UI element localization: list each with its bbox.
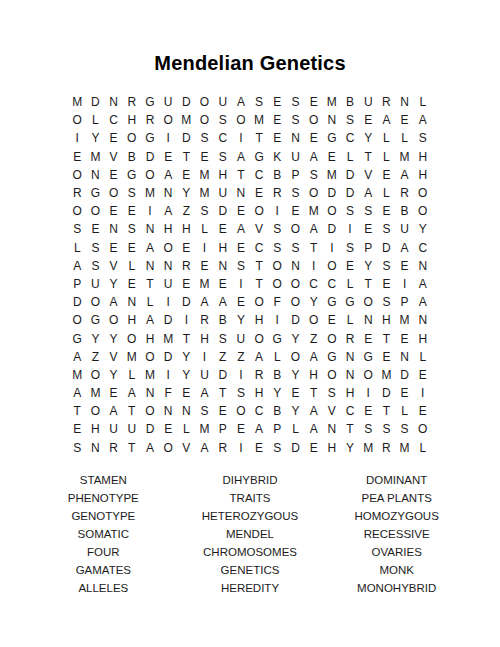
grid-cell-r7c10[interactable]: E (232, 202, 250, 220)
grid-cell-r2c1[interactable]: O (68, 111, 86, 129)
grid-cell-r13c15[interactable]: E (323, 311, 341, 329)
grid-cell-r6c4[interactable]: S (123, 184, 141, 202)
grid-cell-r4c12[interactable]: K (268, 148, 286, 166)
grid-cell-r17c4[interactable]: A (123, 384, 141, 402)
grid-cell-r6c20[interactable]: O (414, 184, 432, 202)
grid-cell-r6c8[interactable]: M (195, 184, 213, 202)
grid-cell-r17c11[interactable]: H (250, 384, 268, 402)
grid-cell-r6c7[interactable]: Y (177, 184, 195, 202)
grid-cell-r15c4[interactable]: M (123, 348, 141, 366)
grid-cell-r16c4[interactable]: L (123, 366, 141, 384)
grid-cell-r2c12[interactable]: E (268, 111, 286, 129)
grid-cell-r1c17[interactable]: U (359, 93, 377, 111)
grid-cell-r4c9[interactable]: S (214, 148, 232, 166)
grid-cell-r3c7[interactable]: D (177, 129, 195, 147)
grid-cell-r7c8[interactable]: S (195, 202, 213, 220)
grid-cell-r20c11[interactable]: E (250, 439, 268, 457)
grid-cell-r16c14[interactable]: H (305, 366, 323, 384)
grid-cell-r16c17[interactable]: O (359, 366, 377, 384)
grid-cell-r11c13[interactable]: O (286, 275, 304, 293)
grid-cell-r6c10[interactable]: N (232, 184, 250, 202)
grid-cell-r14c18[interactable]: T (377, 329, 395, 347)
grid-cell-r15c1[interactable]: A (68, 348, 86, 366)
grid-cell-r16c13[interactable]: Y (286, 366, 304, 384)
grid-cell-r18c10[interactable]: O (232, 402, 250, 420)
grid-cell-r2c9[interactable]: S (214, 111, 232, 129)
grid-cell-r6c5[interactable]: M (141, 184, 159, 202)
grid-cell-r6c17[interactable]: A (359, 184, 377, 202)
grid-cell-r12c5[interactable]: L (141, 293, 159, 311)
grid-cell-r14c20[interactable]: H (414, 329, 432, 347)
grid-cell-r1c16[interactable]: B (341, 93, 359, 111)
grid-cell-r12c4[interactable]: N (123, 293, 141, 311)
grid-cell-r14c11[interactable]: O (250, 329, 268, 347)
grid-cell-r1c4[interactable]: R (123, 93, 141, 111)
grid-cell-r12c17[interactable]: O (359, 293, 377, 311)
grid-cell-r5c10[interactable]: T (232, 166, 250, 184)
grid-cell-r11c18[interactable]: E (377, 275, 395, 293)
grid-cell-r20c8[interactable]: A (195, 439, 213, 457)
grid-cell-r7c19[interactable]: B (396, 202, 414, 220)
grid-cell-r6c11[interactable]: E (250, 184, 268, 202)
grid-cell-r12c18[interactable]: S (377, 293, 395, 311)
grid-cell-r3c13[interactable]: N (286, 129, 304, 147)
grid-cell-r4c10[interactable]: A (232, 148, 250, 166)
grid-cell-r17c16[interactable]: H (341, 384, 359, 402)
grid-cell-r13c18[interactable]: H (377, 311, 395, 329)
grid-cell-r12c10[interactable]: E (232, 293, 250, 311)
grid-cell-r1c12[interactable]: E (268, 93, 286, 111)
grid-cell-r11c1[interactable]: P (68, 275, 86, 293)
grid-cell-r11c7[interactable]: E (177, 275, 195, 293)
grid-cell-r14c9[interactable]: S (214, 329, 232, 347)
grid-cell-r20c13[interactable]: D (286, 439, 304, 457)
grid-cell-r4c1[interactable]: E (68, 148, 86, 166)
grid-cell-r16c20[interactable]: E (414, 366, 432, 384)
grid-cell-r9c15[interactable]: I (323, 239, 341, 257)
grid-cell-r6c6[interactable]: N (159, 184, 177, 202)
grid-cell-r1c7[interactable]: D (177, 93, 195, 111)
grid-cell-r8c6[interactable]: H (159, 220, 177, 238)
grid-cell-r16c12[interactable]: B (268, 366, 286, 384)
grid-cell-r11c6[interactable]: U (159, 275, 177, 293)
grid-cell-r16c10[interactable]: I (232, 366, 250, 384)
grid-cell-r4c14[interactable]: A (305, 148, 323, 166)
grid-cell-r10c9[interactable]: N (214, 257, 232, 275)
grid-cell-r14c17[interactable]: E (359, 329, 377, 347)
grid-cell-r1c5[interactable]: G (141, 93, 159, 111)
grid-cell-r3c12[interactable]: E (268, 129, 286, 147)
grid-cell-r10c16[interactable]: E (341, 257, 359, 275)
grid-cell-r10c14[interactable]: I (305, 257, 323, 275)
grid-cell-r16c15[interactable]: O (323, 366, 341, 384)
grid-cell-r17c14[interactable]: T (305, 384, 323, 402)
grid-cell-r6c3[interactable]: O (105, 184, 123, 202)
grid-cell-r6c15[interactable]: D (323, 184, 341, 202)
grid-cell-r19c11[interactable]: A (250, 420, 268, 438)
grid-cell-r12c14[interactable]: Y (305, 293, 323, 311)
grid-cell-r15c12[interactable]: L (268, 348, 286, 366)
grid-cell-r12c6[interactable]: I (159, 293, 177, 311)
grid-cell-r7c2[interactable]: O (86, 202, 104, 220)
grid-cell-r13c13[interactable]: D (286, 311, 304, 329)
grid-cell-r10c11[interactable]: T (250, 257, 268, 275)
grid-cell-r6c14[interactable]: O (305, 184, 323, 202)
grid-cell-r9c3[interactable]: E (105, 239, 123, 257)
grid-cell-r8c17[interactable]: E (359, 220, 377, 238)
grid-cell-r20c3[interactable]: R (105, 439, 123, 457)
grid-cell-r10c13[interactable]: N (286, 257, 304, 275)
grid-cell-r4c4[interactable]: B (123, 148, 141, 166)
grid-cell-r15c17[interactable]: G (359, 348, 377, 366)
grid-cell-r3c4[interactable]: O (123, 129, 141, 147)
grid-cell-r11c16[interactable]: L (341, 275, 359, 293)
grid-cell-r5c12[interactable]: B (268, 166, 286, 184)
grid-cell-r13c5[interactable]: A (141, 311, 159, 329)
grid-cell-r12c15[interactable]: G (323, 293, 341, 311)
grid-cell-r1c13[interactable]: S (286, 93, 304, 111)
grid-cell-r5c4[interactable]: G (123, 166, 141, 184)
grid-cell-r17c13[interactable]: E (286, 384, 304, 402)
grid-cell-r19c3[interactable]: U (105, 420, 123, 438)
grid-cell-r9c13[interactable]: S (286, 239, 304, 257)
grid-cell-r16c8[interactable]: U (195, 366, 213, 384)
grid-cell-r3c17[interactable]: Y (359, 129, 377, 147)
grid-cell-r15c10[interactable]: Z (232, 348, 250, 366)
grid-cell-r20c2[interactable]: N (86, 439, 104, 457)
grid-cell-r9c5[interactable]: A (141, 239, 159, 257)
grid-cell-r17c15[interactable]: S (323, 384, 341, 402)
grid-cell-r16c18[interactable]: M (377, 366, 395, 384)
grid-cell-r4c13[interactable]: U (286, 148, 304, 166)
grid-cell-r2c14[interactable]: O (305, 111, 323, 129)
grid-cell-r3c5[interactable]: G (141, 129, 159, 147)
grid-cell-r19c4[interactable]: U (123, 420, 141, 438)
grid-cell-r13c12[interactable]: I (268, 311, 286, 329)
grid-cell-r6c1[interactable]: R (68, 184, 86, 202)
grid-cell-r14c4[interactable]: O (123, 329, 141, 347)
grid-cell-r1c20[interactable]: L (414, 93, 432, 111)
grid-cell-r10c17[interactable]: Y (359, 257, 377, 275)
grid-cell-r4c16[interactable]: L (341, 148, 359, 166)
grid-cell-r17c18[interactable]: D (377, 384, 395, 402)
grid-cell-r2c15[interactable]: N (323, 111, 341, 129)
grid-cell-r7c7[interactable]: Z (177, 202, 195, 220)
grid-cell-r8c13[interactable]: O (286, 220, 304, 238)
grid-cell-r20c14[interactable]: E (305, 439, 323, 457)
grid-cell-r2c5[interactable]: R (141, 111, 159, 129)
grid-cell-r18c13[interactable]: Y (286, 402, 304, 420)
grid-cell-r3c18[interactable]: L (377, 129, 395, 147)
grid-cell-r9c17[interactable]: P (359, 239, 377, 257)
grid-cell-r1c10[interactable]: A (232, 93, 250, 111)
grid-cell-r2c17[interactable]: E (359, 111, 377, 129)
grid-cell-r11c8[interactable]: M (195, 275, 213, 293)
grid-cell-r13c16[interactable]: L (341, 311, 359, 329)
grid-cell-r10c18[interactable]: S (377, 257, 395, 275)
grid-cell-r9c9[interactable]: H (214, 239, 232, 257)
grid-cell-r11c15[interactable]: C (323, 275, 341, 293)
grid-cell-r19c7[interactable]: L (177, 420, 195, 438)
grid-cell-r12c3[interactable]: A (105, 293, 123, 311)
grid-cell-r20c17[interactable]: M (359, 439, 377, 457)
grid-cell-r15c13[interactable]: O (286, 348, 304, 366)
grid-cell-r14c16[interactable]: R (341, 329, 359, 347)
grid-cell-r8c20[interactable]: Y (414, 220, 432, 238)
grid-cell-r5c14[interactable]: S (305, 166, 323, 184)
grid-cell-r3c10[interactable]: I (232, 129, 250, 147)
grid-cell-r9c7[interactable]: E (177, 239, 195, 257)
grid-cell-r3c6[interactable]: I (159, 129, 177, 147)
grid-cell-r10c15[interactable]: O (323, 257, 341, 275)
grid-cell-r15c6[interactable]: D (159, 348, 177, 366)
grid-cell-r8c18[interactable]: S (377, 220, 395, 238)
grid-cell-r9c2[interactable]: S (86, 239, 104, 257)
grid-cell-r3c14[interactable]: E (305, 129, 323, 147)
grid-cell-r8c7[interactable]: H (177, 220, 195, 238)
grid-cell-r4c8[interactable]: E (195, 148, 213, 166)
grid-cell-r20c5[interactable]: A (141, 439, 159, 457)
grid-cell-r17c12[interactable]: Y (268, 384, 286, 402)
grid-cell-r11c2[interactable]: U (86, 275, 104, 293)
grid-cell-r17c1[interactable]: A (68, 384, 86, 402)
grid-cell-r6c9[interactable]: U (214, 184, 232, 202)
grid-cell-r6c19[interactable]: R (396, 184, 414, 202)
grid-cell-r5c1[interactable]: O (68, 166, 86, 184)
grid-cell-r20c12[interactable]: S (268, 439, 286, 457)
grid-cell-r17c20[interactable]: I (414, 384, 432, 402)
grid-cell-r4c19[interactable]: M (396, 148, 414, 166)
grid-cell-r16c16[interactable]: N (341, 366, 359, 384)
grid-cell-r14c2[interactable]: Y (86, 329, 104, 347)
grid-cell-r20c15[interactable]: H (323, 439, 341, 457)
grid-cell-r19c1[interactable]: E (68, 420, 86, 438)
grid-cell-r8c14[interactable]: A (305, 220, 323, 238)
grid-cell-r14c12[interactable]: G (268, 329, 286, 347)
grid-cell-r19c20[interactable]: O (414, 420, 432, 438)
grid-cell-r19c8[interactable]: M (195, 420, 213, 438)
grid-cell-r13c1[interactable]: O (68, 311, 86, 329)
grid-cell-r8c12[interactable]: S (268, 220, 286, 238)
grid-cell-r1c8[interactable]: O (195, 93, 213, 111)
grid-cell-r12c1[interactable]: D (68, 293, 86, 311)
grid-cell-r14c3[interactable]: Y (105, 329, 123, 347)
grid-cell-r16c19[interactable]: D (396, 366, 414, 384)
grid-cell-r20c1[interactable]: S (68, 439, 86, 457)
grid-cell-r14c19[interactable]: E (396, 329, 414, 347)
grid-cell-r5c3[interactable]: E (105, 166, 123, 184)
grid-cell-r13c17[interactable]: N (359, 311, 377, 329)
grid-cell-r9c18[interactable]: D (377, 239, 395, 257)
grid-cell-r19c15[interactable]: N (323, 420, 341, 438)
grid-cell-r18c18[interactable]: T (377, 402, 395, 420)
grid-cell-r20c10[interactable]: I (232, 439, 250, 457)
grid-cell-r11c10[interactable]: I (232, 275, 250, 293)
grid-cell-r16c9[interactable]: D (214, 366, 232, 384)
grid-cell-r7c11[interactable]: O (250, 202, 268, 220)
grid-cell-r12c7[interactable]: D (177, 293, 195, 311)
grid-cell-r13c3[interactable]: O (105, 311, 123, 329)
grid-cell-r17c17[interactable]: I (359, 384, 377, 402)
grid-cell-r2c6[interactable]: O (159, 111, 177, 129)
grid-cell-r15c11[interactable]: A (250, 348, 268, 366)
grid-cell-r19c19[interactable]: S (396, 420, 414, 438)
grid-cell-r11c4[interactable]: E (123, 275, 141, 293)
grid-cell-r4c2[interactable]: M (86, 148, 104, 166)
grid-cell-r6c18[interactable]: L (377, 184, 395, 202)
grid-cell-r11c19[interactable]: I (396, 275, 414, 293)
grid-cell-r5c2[interactable]: N (86, 166, 104, 184)
grid-cell-r12c12[interactable]: F (268, 293, 286, 311)
grid-cell-r10c5[interactable]: N (141, 257, 159, 275)
grid-cell-r7c20[interactable]: O (414, 202, 432, 220)
grid-cell-r17c19[interactable]: E (396, 384, 414, 402)
grid-cell-r18c5[interactable]: O (141, 402, 159, 420)
grid-cell-r9c11[interactable]: C (250, 239, 268, 257)
grid-cell-r20c19[interactable]: M (396, 439, 414, 457)
grid-cell-r9c19[interactable]: A (396, 239, 414, 257)
grid-cell-r8c4[interactable]: S (123, 220, 141, 238)
grid-cell-r12c2[interactable]: O (86, 293, 104, 311)
grid-cell-r11c9[interactable]: E (214, 275, 232, 293)
grid-cell-r15c14[interactable]: A (305, 348, 323, 366)
grid-cell-r14c10[interactable]: U (232, 329, 250, 347)
grid-cell-r16c2[interactable]: O (86, 366, 104, 384)
grid-cell-r12c16[interactable]: G (341, 293, 359, 311)
grid-cell-r11c17[interactable]: T (359, 275, 377, 293)
grid-cell-r13c8[interactable]: R (195, 311, 213, 329)
grid-cell-r4c7[interactable]: T (177, 148, 195, 166)
grid-cell-r15c8[interactable]: I (195, 348, 213, 366)
grid-cell-r18c14[interactable]: A (305, 402, 323, 420)
grid-cell-r5c8[interactable]: M (195, 166, 213, 184)
grid-cell-r19c13[interactable]: L (286, 420, 304, 438)
grid-cell-r3c20[interactable]: S (414, 129, 432, 147)
grid-cell-r15c3[interactable]: V (105, 348, 123, 366)
grid-cell-r3c8[interactable]: S (195, 129, 213, 147)
grid-cell-r1c6[interactable]: U (159, 93, 177, 111)
grid-cell-r15c19[interactable]: N (396, 348, 414, 366)
grid-cell-r7c16[interactable]: S (341, 202, 359, 220)
grid-cell-r10c12[interactable]: O (268, 257, 286, 275)
grid-cell-r8c19[interactable]: U (396, 220, 414, 238)
grid-cell-r12c19[interactable]: P (396, 293, 414, 311)
grid-cell-r14c5[interactable]: H (141, 329, 159, 347)
grid-cell-r2c11[interactable]: M (250, 111, 268, 129)
grid-cell-r15c15[interactable]: G (323, 348, 341, 366)
grid-cell-r2c4[interactable]: H (123, 111, 141, 129)
grid-cell-r18c9[interactable]: E (214, 402, 232, 420)
grid-cell-r3c15[interactable]: G (323, 129, 341, 147)
grid-cell-r1c9[interactable]: U (214, 93, 232, 111)
grid-cell-r16c11[interactable]: R (250, 366, 268, 384)
grid-cell-r20c4[interactable]: T (123, 439, 141, 457)
grid-cell-r5c13[interactable]: P (286, 166, 304, 184)
grid-cell-r11c20[interactable]: A (414, 275, 432, 293)
grid-cell-r6c13[interactable]: S (286, 184, 304, 202)
grid-cell-r10c20[interactable]: N (414, 257, 432, 275)
grid-cell-r7c18[interactable]: E (377, 202, 395, 220)
grid-cell-r4c18[interactable]: L (377, 148, 395, 166)
grid-cell-r9c4[interactable]: E (123, 239, 141, 257)
grid-cell-r8c2[interactable]: E (86, 220, 104, 238)
grid-cell-r4c17[interactable]: T (359, 148, 377, 166)
grid-cell-r13c4[interactable]: H (123, 311, 141, 329)
grid-cell-r10c10[interactable]: S (232, 257, 250, 275)
grid-cell-r19c6[interactable]: E (159, 420, 177, 438)
grid-cell-r19c12[interactable]: P (268, 420, 286, 438)
grid-cell-r2c10[interactable]: O (232, 111, 250, 129)
grid-cell-r15c5[interactable]: O (141, 348, 159, 366)
grid-cell-r13c14[interactable]: O (305, 311, 323, 329)
grid-cell-r8c10[interactable]: A (232, 220, 250, 238)
grid-cell-r5c11[interactable]: C (250, 166, 268, 184)
grid-cell-r20c9[interactable]: R (214, 439, 232, 457)
grid-cell-r12c8[interactable]: A (195, 293, 213, 311)
grid-cell-r3c1[interactable]: I (68, 129, 86, 147)
grid-cell-r7c17[interactable]: S (359, 202, 377, 220)
grid-cell-r14c7[interactable]: T (177, 329, 195, 347)
grid-cell-r9c12[interactable]: S (268, 239, 286, 257)
grid-cell-r3c2[interactable]: Y (86, 129, 104, 147)
grid-cell-r18c17[interactable]: E (359, 402, 377, 420)
grid-cell-r5c19[interactable]: A (396, 166, 414, 184)
grid-cell-r1c3[interactable]: N (105, 93, 123, 111)
grid-cell-r11c14[interactable]: C (305, 275, 323, 293)
grid-cell-r4c11[interactable]: G (250, 148, 268, 166)
grid-cell-r18c16[interactable]: C (341, 402, 359, 420)
grid-cell-r2c8[interactable]: O (195, 111, 213, 129)
grid-cell-r18c20[interactable]: E (414, 402, 432, 420)
grid-cell-r5c16[interactable]: D (341, 166, 359, 184)
grid-cell-r12c9[interactable]: A (214, 293, 232, 311)
grid-cell-r2c20[interactable]: A (414, 111, 432, 129)
grid-cell-r16c7[interactable]: Y (177, 366, 195, 384)
grid-cell-r17c3[interactable]: E (105, 384, 123, 402)
grid-cell-r17c8[interactable]: A (195, 384, 213, 402)
grid-cell-r19c9[interactable]: P (214, 420, 232, 438)
grid-cell-r3c3[interactable]: E (105, 129, 123, 147)
grid-cell-r1c1[interactable]: M (68, 93, 86, 111)
grid-cell-r20c18[interactable]: R (377, 439, 395, 457)
grid-cell-r12c13[interactable]: O (286, 293, 304, 311)
grid-cell-r11c11[interactable]: T (250, 275, 268, 293)
grid-cell-r10c6[interactable]: N (159, 257, 177, 275)
grid-cell-r8c11[interactable]: V (250, 220, 268, 238)
grid-cell-r18c7[interactable]: N (177, 402, 195, 420)
grid-cell-r5c5[interactable]: O (141, 166, 159, 184)
grid-cell-r6c16[interactable]: D (341, 184, 359, 202)
grid-cell-r4c15[interactable]: E (323, 148, 341, 166)
grid-cell-r1c2[interactable]: D (86, 93, 104, 111)
grid-cell-r6c12[interactable]: R (268, 184, 286, 202)
grid-cell-r14c14[interactable]: Z (305, 329, 323, 347)
grid-cell-r3c16[interactable]: C (341, 129, 359, 147)
grid-cell-r8c5[interactable]: N (141, 220, 159, 238)
grid-cell-r16c5[interactable]: M (141, 366, 159, 384)
grid-cell-r17c5[interactable]: N (141, 384, 159, 402)
grid-cell-r9c8[interactable]: I (195, 239, 213, 257)
grid-cell-r18c19[interactable]: L (396, 402, 414, 420)
grid-cell-r13c20[interactable]: N (414, 311, 432, 329)
grid-cell-r13c9[interactable]: B (214, 311, 232, 329)
grid-cell-r2c19[interactable]: E (396, 111, 414, 129)
grid-cell-r4c5[interactable]: D (141, 148, 159, 166)
grid-cell-r18c12[interactable]: B (268, 402, 286, 420)
grid-cell-r20c16[interactable]: Y (341, 439, 359, 457)
grid-cell-r5c6[interactable]: A (159, 166, 177, 184)
grid-cell-r12c11[interactable]: O (250, 293, 268, 311)
